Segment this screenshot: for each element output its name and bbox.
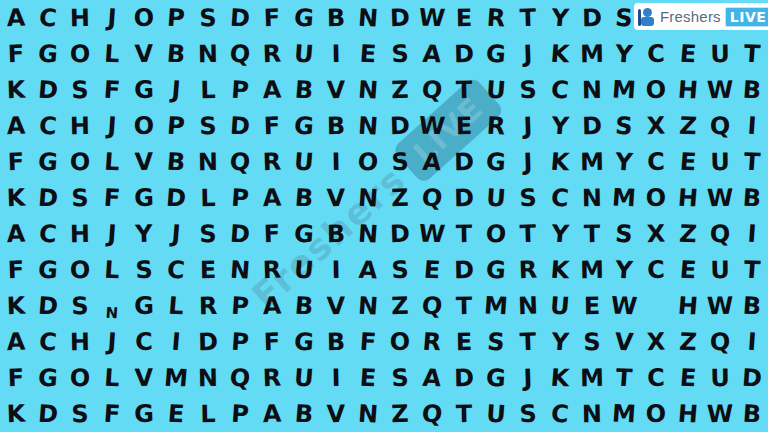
grid-cell: B — [320, 0, 353, 36]
grid-cell: J — [511, 35, 544, 72]
grid-cell: E — [671, 144, 706, 181]
grid-cell: Q — [415, 72, 450, 109]
grid-cell: G — [287, 108, 322, 145]
grid-cell: O — [479, 215, 513, 252]
grid-cell: B — [735, 71, 768, 108]
grid-cell: C — [159, 252, 194, 289]
grid-cell: S — [576, 324, 609, 361]
grid-cell: E — [671, 360, 706, 397]
grid-cell: V — [320, 180, 353, 217]
grid-cell: E — [448, 0, 481, 36]
grid-cell: B — [320, 216, 353, 253]
grid-cell: D — [31, 288, 66, 325]
grid-cell: C — [639, 143, 672, 180]
grid-cell: H — [64, 108, 97, 145]
grid-cell: T — [735, 251, 768, 288]
grid-cell: Q — [223, 143, 257, 180]
grid-cell: T — [735, 143, 768, 180]
grid-cell: Q — [704, 216, 737, 253]
grid-cell: N — [192, 36, 225, 73]
grid-cell: U — [704, 144, 737, 181]
grid-cell: Q — [223, 359, 257, 396]
grid-cell: C — [31, 216, 66, 253]
grid-cell: F — [95, 179, 129, 216]
grid-cell: C — [127, 323, 160, 360]
grid-cell: Y — [543, 324, 578, 361]
grid-cell: R — [255, 35, 288, 72]
grid-cell: U — [287, 360, 322, 397]
grid-cell: T — [735, 35, 768, 72]
grid-cell: Z — [383, 179, 416, 216]
grid-cell: J — [511, 143, 544, 180]
logo-live-badge: LIVE — [725, 7, 768, 27]
grid-cell: R — [479, 0, 513, 37]
grid-cell: E — [576, 288, 609, 325]
grid-cell: B — [159, 36, 194, 73]
grid-cell: D — [448, 252, 481, 289]
grid-cell: R — [415, 324, 450, 361]
grid-cell: D — [576, 0, 609, 36]
grid-cell: A — [0, 107, 33, 144]
grid-cell: S — [607, 107, 641, 144]
grid-cell: S — [511, 71, 544, 108]
grid-cell: M — [479, 287, 513, 324]
grid-cell: P — [159, 108, 194, 145]
grid-cell: O — [64, 36, 97, 73]
grid-cell: S — [192, 216, 225, 253]
grid-cell: O — [383, 323, 416, 360]
grid-cell: F — [255, 215, 288, 252]
grid-cell: E — [415, 252, 450, 289]
grid-cell: S — [479, 323, 513, 360]
grid-cell: E — [671, 252, 706, 289]
grid-cell: A — [415, 144, 450, 181]
grid-cell: L — [192, 72, 225, 109]
grid-cell: O — [127, 107, 160, 144]
grid-cell: I — [735, 323, 768, 360]
grid-cell: F — [95, 71, 129, 108]
grid-cell: J — [511, 359, 544, 396]
grid-cell: D — [223, 0, 257, 37]
grid-cell: U — [479, 395, 513, 432]
grid-cell: F — [0, 143, 33, 180]
grid-cell: M — [607, 395, 641, 432]
grid-cell: U — [479, 179, 513, 216]
grid-cell: N — [511, 287, 544, 324]
grid-cell: P — [223, 71, 257, 108]
grid-cell: G — [31, 360, 66, 397]
grid-cell: D — [383, 0, 416, 37]
grid-cell: P — [223, 179, 257, 216]
grid-cell: T — [511, 323, 544, 360]
grid-cell: W — [704, 72, 737, 109]
grid-cell: R — [192, 288, 225, 325]
grid-cell: T — [448, 396, 481, 432]
grid-cell: K — [543, 36, 578, 73]
grid-cell: H — [671, 180, 706, 217]
grid-cell: N — [351, 179, 385, 216]
grid-cell: B — [735, 179, 768, 216]
grid-cell: S — [511, 179, 544, 216]
grid-cell: K — [543, 144, 578, 181]
grid-cell: W — [607, 287, 641, 324]
grid-cell: B — [287, 396, 322, 432]
grid-cell: F — [255, 323, 288, 360]
grid-cell: E — [351, 359, 385, 396]
grid-cell: G — [31, 36, 66, 73]
grid-cell: U — [543, 288, 578, 325]
grid-cell: V — [127, 35, 160, 72]
grid-cell: E — [351, 35, 385, 72]
grid-cell: L — [192, 396, 225, 432]
grid-cell: W — [704, 396, 737, 432]
grid-cell — [639, 287, 672, 324]
grid-cell: Y — [607, 143, 641, 180]
grid-cell: R — [479, 107, 513, 144]
grid-cell: W — [415, 216, 450, 253]
grid-cell: C — [543, 180, 578, 217]
grid-cell: G — [31, 252, 66, 289]
grid-cell: A — [255, 395, 288, 432]
grid-cell: I — [320, 36, 353, 73]
grid-cell: Z — [671, 216, 706, 253]
grid-cell: S — [511, 395, 544, 432]
grid-cell: S — [383, 35, 416, 72]
grid-cell: G — [287, 0, 322, 36]
grid-cell: B — [159, 144, 194, 181]
grid-cell: E — [671, 36, 706, 73]
grid-cell: S — [64, 288, 97, 325]
grid-cell: A — [0, 215, 33, 252]
grid-cell: P — [223, 287, 257, 324]
grid-cell: N — [351, 107, 385, 144]
grid-cell: E — [448, 108, 481, 145]
grid-cell: J — [159, 72, 194, 109]
grid-cell: D — [31, 396, 66, 432]
freshers-live-logo-icon — [638, 7, 656, 27]
grid-cell: W — [704, 180, 737, 217]
grid-cell: T — [511, 215, 544, 252]
word-search-grid: ACHJOPSDFGBNDWERTYDSXZQIFGOLVBNQRUIESADG… — [0, 0, 768, 432]
grid-cell: S — [192, 108, 225, 145]
grid-cell: R — [255, 143, 288, 180]
grid-cell: X — [639, 323, 672, 360]
grid-cell: N — [351, 215, 385, 252]
grid-cell: G — [479, 143, 513, 180]
grid-cell: E — [448, 324, 481, 361]
grid-cell: R — [511, 251, 544, 288]
grid-cell: K — [0, 395, 33, 432]
grid-cell: O — [351, 143, 385, 180]
grid-cell: Q — [223, 35, 257, 72]
grid-cell: Y — [607, 251, 641, 288]
grid-cell: M — [607, 71, 641, 108]
grid-cell: F — [0, 251, 33, 288]
grid-cell: S — [64, 72, 97, 109]
grid-cell: D — [383, 215, 416, 252]
grid-cell: A — [0, 0, 33, 37]
grid-cell: X — [639, 215, 672, 252]
grid-cell: R — [255, 251, 288, 288]
grid-cell: X — [639, 107, 672, 144]
grid-cell: Z — [383, 287, 416, 324]
grid-cell: B — [320, 108, 353, 145]
grid-cell: V — [127, 143, 160, 180]
grid-cell: B — [287, 72, 322, 109]
grid-cell: Y — [127, 215, 160, 252]
grid-cell: A — [415, 360, 450, 397]
grid-cell: T — [448, 288, 481, 325]
grid-cell: D — [735, 359, 768, 396]
grid-cell: F — [255, 107, 288, 144]
grid-cell: H — [671, 396, 706, 432]
grid-cell: F — [0, 35, 33, 72]
grid-cell: D — [31, 180, 66, 217]
grid-cell: V — [320, 288, 353, 325]
grid-cell: B — [287, 180, 322, 217]
grid-cell: M — [576, 360, 609, 397]
grid-cell: D — [192, 324, 225, 361]
grid-cell: V — [320, 396, 353, 432]
grid-cell: G — [287, 324, 322, 361]
grid-cell: C — [639, 35, 672, 72]
grid-cell: Y — [543, 216, 578, 253]
grid-cell: O — [64, 144, 97, 181]
grid-cell: K — [543, 252, 578, 289]
grid-cell: I — [320, 144, 353, 181]
grid-cell: C — [543, 72, 578, 109]
grid-cell: D — [223, 215, 257, 252]
grid-cell: Y — [607, 35, 641, 72]
grid-cell: D — [448, 36, 481, 73]
grid-cell: E — [192, 252, 225, 289]
grid-cell: D — [448, 180, 481, 217]
grid-cell: T — [448, 216, 481, 253]
grid-cell: N — [192, 144, 225, 181]
grid-cell: N — [351, 287, 385, 324]
grid-cell: J — [95, 323, 129, 360]
grid-cell: Y — [543, 0, 578, 36]
grid-cell: P — [159, 0, 194, 36]
grid-cell: I — [159, 324, 194, 361]
grid-cell: S — [383, 143, 416, 180]
grid-cell: K — [0, 71, 33, 108]
grid-cell: G — [479, 359, 513, 396]
grid-cell: A — [351, 251, 385, 288]
grid-cell: V — [607, 323, 641, 360]
grid-cell: U — [704, 252, 737, 289]
grid-cell: D — [448, 144, 481, 181]
grid-cell: U — [479, 71, 513, 108]
grid-cell: T — [448, 72, 481, 109]
freshers-live-logo[interactable]: Freshers LIVE — [634, 3, 768, 30]
grid-cell: S — [127, 251, 160, 288]
grid-cell: K — [0, 179, 33, 216]
grid-cell: D — [31, 72, 66, 109]
grid-cell: G — [127, 395, 160, 432]
grid-cell: T — [607, 359, 641, 396]
grid-cell: G — [479, 35, 513, 72]
grid-cell: I — [320, 252, 353, 289]
grid-cell: H — [64, 216, 97, 253]
grid-cell: G — [479, 251, 513, 288]
grid-cell: H — [64, 324, 97, 361]
grid-cell: U — [287, 36, 322, 73]
grid-cell: W — [415, 108, 450, 145]
grid-cell: U — [704, 36, 737, 73]
grid-cell: W — [704, 288, 737, 325]
grid-cell: J — [95, 215, 129, 252]
grid-cell: Y — [543, 108, 578, 145]
grid-cell: G — [31, 144, 66, 181]
grid-cell: M — [576, 144, 609, 181]
grid-cell: V — [320, 72, 353, 109]
grid-cell: H — [64, 0, 97, 36]
grid-cell: O — [639, 179, 672, 216]
grid-cell: C — [31, 324, 66, 361]
grid-cell: L — [95, 359, 129, 396]
grid-cell: S — [383, 251, 416, 288]
grid-cell: L — [159, 288, 194, 325]
grid-cell: E — [159, 396, 194, 432]
grid-cell: F — [351, 323, 385, 360]
grid-cell: Z — [383, 395, 416, 432]
grid-cell: O — [639, 395, 672, 432]
grid-cell: Q — [415, 288, 450, 325]
grid-cell: B — [320, 324, 353, 361]
grid-cell: G — [287, 216, 322, 253]
grid-cell: D — [383, 107, 416, 144]
grid-cell: P — [223, 323, 257, 360]
grid-cell: Q — [415, 396, 450, 432]
grid-cell: J — [95, 0, 129, 37]
grid-cell: K — [0, 287, 33, 324]
grid-cell: M — [607, 179, 641, 216]
grid-cell: O — [64, 360, 97, 397]
grid-cell: A — [255, 71, 288, 108]
grid-cell: S — [383, 359, 416, 396]
grid-cell: W — [415, 0, 450, 36]
grid-cell: M — [576, 36, 609, 73]
grid-cell: Q — [415, 180, 450, 217]
grid-cell: C — [31, 108, 66, 145]
grid-cell: S — [192, 0, 225, 36]
grid-cell: G — [127, 179, 160, 216]
grid-cell: A — [0, 323, 33, 360]
grid-cell: N — [576, 72, 609, 109]
grid-cell: M — [159, 360, 194, 397]
grid-cell: G — [127, 287, 160, 324]
grid-cell: R — [255, 359, 288, 396]
grid-cell: Z — [671, 324, 706, 361]
grid-cell: U — [287, 252, 322, 289]
grid-cell: Q — [704, 324, 737, 361]
grid-cell: S — [64, 396, 97, 432]
grid-cell: F — [95, 395, 129, 432]
grid-cell: D — [159, 180, 194, 217]
grid-cell: O — [639, 71, 672, 108]
grid-cell: D — [576, 108, 609, 145]
grid-cell: K — [543, 360, 578, 397]
grid-cell: N — [223, 251, 257, 288]
grid-cell: H — [671, 72, 706, 109]
grid-cell: B — [735, 287, 768, 324]
grid-cell: A — [255, 287, 288, 324]
grid-cell: U — [287, 144, 322, 181]
grid-cell: S — [64, 180, 97, 217]
grid-cell: C — [543, 396, 578, 432]
grid-cell: V — [127, 359, 160, 396]
grid-cell: N — [351, 71, 385, 108]
grid-cell: D — [448, 360, 481, 397]
grid-cell: F — [0, 359, 33, 396]
grid-cell: N — [351, 395, 385, 432]
grid-cell: L — [95, 143, 129, 180]
puzzle-image: Freshers LIVE ACHJOPSDFGBNDWERTYDSXZQIFG… — [0, 0, 768, 432]
grid-cell: A — [255, 179, 288, 216]
grid-cell: B — [735, 395, 768, 432]
grid-cell: U — [704, 360, 737, 397]
grid-cell: S — [607, 215, 641, 252]
grid-cell: I — [735, 107, 768, 144]
logo-brand-text: Freshers — [660, 8, 721, 25]
grid-cell: L — [95, 35, 129, 72]
grid-cell: A — [415, 36, 450, 73]
grid-cell: B — [287, 288, 322, 325]
grid-cell: G — [127, 71, 160, 108]
grid-cell: C — [31, 0, 66, 36]
grid-cell: D — [223, 107, 257, 144]
grid-cell: J — [95, 107, 129, 144]
grid-cell: L — [192, 180, 225, 217]
grid-cell: C — [639, 251, 672, 288]
grid-cell: Q — [704, 108, 737, 145]
grid-cell: O — [64, 252, 97, 289]
grid-cell: L — [95, 251, 129, 288]
grid-cell: P — [223, 395, 257, 432]
grid-cell: T — [511, 0, 544, 37]
grid-cell: M — [576, 252, 609, 289]
grid-cell: H — [671, 288, 706, 325]
grid-cell: F — [255, 0, 288, 37]
grid-cell: J — [511, 107, 544, 144]
grid-cell: O — [127, 0, 160, 37]
grid-cell: N — [192, 360, 225, 397]
grid-cell: C — [639, 359, 672, 396]
grid-cell: J — [159, 216, 194, 253]
grid-cell: Z — [383, 71, 416, 108]
grid-cell: N — [576, 180, 609, 217]
grid-cell: N — [351, 0, 385, 37]
grid-cell: N — [576, 396, 609, 432]
grid-cell: Z — [671, 108, 706, 145]
grid-cell: I — [320, 360, 353, 397]
grid-cell: I — [735, 215, 768, 252]
grid-cell: T — [576, 216, 609, 253]
